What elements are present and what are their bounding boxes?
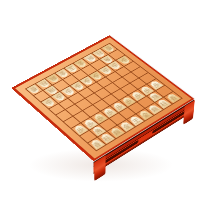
shogi-board: 香桂銀金玉金銀桂香飛角歩歩歩歩歩歩歩歩歩歩歩歩歩歩歩歩歩歩角飛香桂銀金王金銀桂香 [11,36,194,162]
board-grid: 香桂銀金玉金銀桂香飛角歩歩歩歩歩歩歩歩歩歩歩歩歩歩歩歩歩歩角飛香桂銀金王金銀桂香 [25,43,183,152]
board-wood-surface: 香桂銀金玉金銀桂香飛角歩歩歩歩歩歩歩歩歩歩歩歩歩歩歩歩歩歩角飛香桂銀金王金銀桂香 [14,37,190,158]
shogi-set-scene: 香桂銀金玉金銀桂香飛角歩歩歩歩歩歩歩歩歩歩歩歩歩歩歩歩歩歩角飛香桂銀金王金銀桂香 [0,0,200,200]
board-top: 香桂銀金玉金銀桂香飛角歩歩歩歩歩歩歩歩歩歩歩歩歩歩歩歩歩歩角飛香桂銀金王金銀桂香 [11,35,194,161]
